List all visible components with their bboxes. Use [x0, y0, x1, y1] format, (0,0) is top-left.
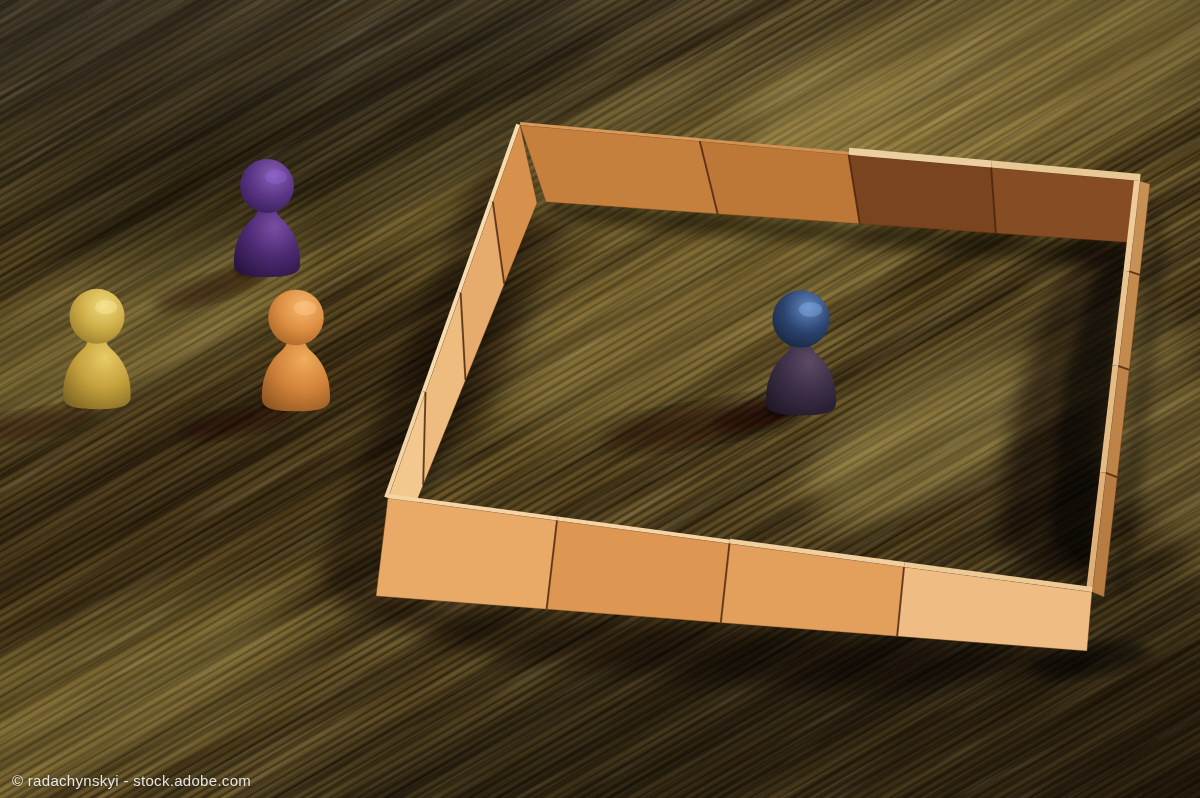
scene-render [0, 0, 1200, 798]
pawn-head [772, 290, 829, 347]
wooden-block-face [700, 141, 860, 223]
pawn-head-sheen [265, 170, 287, 184]
stock-photo-scene: © radachynskyi - stock.adobe.com [0, 0, 1200, 798]
wooden-block-face [849, 155, 996, 233]
pawn-head [240, 159, 294, 213]
pawn-head [69, 289, 124, 344]
pawn-head-sheen [799, 302, 822, 317]
watermark-credit: © radachynskyi - stock.adobe.com [12, 772, 251, 789]
pawn-head [268, 290, 324, 346]
pawn-head-sheen [294, 301, 317, 315]
pawn-head-sheen [95, 300, 117, 314]
